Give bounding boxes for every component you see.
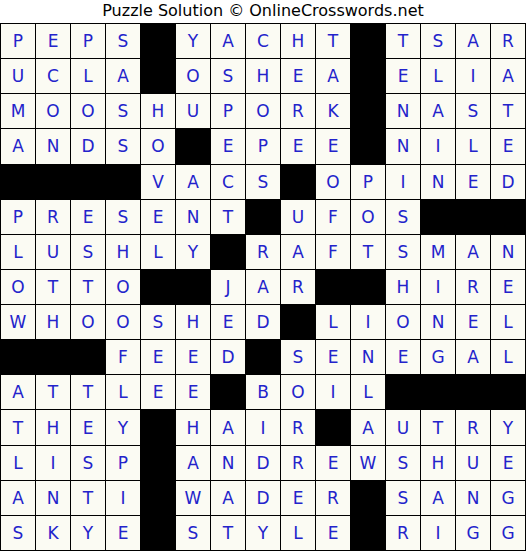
letter-cell: E — [106, 516, 141, 551]
letter-cell: R — [456, 410, 491, 445]
letter-cell: N — [491, 235, 526, 270]
letter-cell: O — [351, 200, 386, 235]
letter-cell: E — [36, 24, 71, 59]
black-cell — [456, 375, 491, 410]
letter-cell: A — [246, 270, 281, 305]
letter-cell: E — [71, 200, 106, 235]
black-cell — [456, 200, 491, 235]
black-cell — [351, 59, 386, 94]
letter-cell: Y — [71, 516, 106, 551]
black-cell — [36, 165, 71, 200]
letter-cell: R — [281, 410, 316, 445]
letter-cell: L — [316, 305, 351, 340]
letter-cell: L — [106, 375, 141, 410]
letter-cell: E — [176, 375, 211, 410]
letter-cell: R — [281, 446, 316, 481]
letter-cell: P — [1, 200, 36, 235]
letter-cell: S — [246, 165, 281, 200]
letter-cell: A — [1, 375, 36, 410]
letter-cell: S — [106, 24, 141, 59]
letter-cell: T — [36, 270, 71, 305]
letter-cell: T — [1, 410, 36, 445]
letter-cell: O — [71, 305, 106, 340]
letter-cell: N — [36, 129, 71, 164]
letter-cell: A — [106, 59, 141, 94]
letter-cell: Y — [491, 410, 526, 445]
letter-cell: E — [71, 410, 106, 445]
letter-cell: E — [491, 129, 526, 164]
letter-cell: A — [491, 59, 526, 94]
letter-cell: S — [106, 129, 141, 164]
letter-cell: V — [141, 165, 176, 200]
letter-cell: T — [491, 94, 526, 129]
letter-cell: S — [386, 200, 421, 235]
letter-cell: N — [176, 200, 211, 235]
letter-cell: O — [36, 94, 71, 129]
letter-cell: D — [246, 446, 281, 481]
letter-cell: O — [386, 305, 421, 340]
letter-cell: P — [71, 24, 106, 59]
letter-cell: A — [421, 94, 456, 129]
letter-cell: A — [176, 446, 211, 481]
letter-cell: I — [316, 375, 351, 410]
letter-cell: I — [421, 270, 456, 305]
letter-cell: E — [211, 305, 246, 340]
letter-cell: N — [421, 305, 456, 340]
letter-cell: T — [316, 24, 351, 59]
letter-cell: G — [456, 516, 491, 551]
letter-cell: D — [211, 340, 246, 375]
letter-cell: P — [211, 94, 246, 129]
letter-cell: S — [71, 235, 106, 270]
letter-cell: U — [456, 446, 491, 481]
letter-cell: E — [456, 165, 491, 200]
black-cell — [351, 129, 386, 164]
black-cell — [141, 481, 176, 516]
black-cell — [211, 235, 246, 270]
letter-cell: E — [491, 446, 526, 481]
black-cell — [316, 410, 351, 445]
black-cell — [351, 516, 386, 551]
letter-cell: R — [316, 481, 351, 516]
letter-cell: A — [1, 481, 36, 516]
letter-cell: G — [491, 516, 526, 551]
letter-cell: F — [316, 235, 351, 270]
letter-cell: I — [351, 305, 386, 340]
letter-cell: E — [316, 340, 351, 375]
letter-cell: T — [211, 200, 246, 235]
letter-cell: S — [386, 235, 421, 270]
letter-cell: T — [211, 516, 246, 551]
letter-cell: H — [106, 235, 141, 270]
letter-cell: U — [1, 59, 36, 94]
letter-cell: G — [421, 340, 456, 375]
letter-cell: S — [141, 305, 176, 340]
letter-cell: H — [281, 24, 316, 59]
letter-cell: U — [281, 200, 316, 235]
letter-cell: A — [176, 165, 211, 200]
black-cell — [281, 165, 316, 200]
letter-cell: S — [281, 340, 316, 375]
letter-cell: S — [106, 200, 141, 235]
letter-cell: A — [456, 340, 491, 375]
letter-cell: R — [36, 200, 71, 235]
letter-cell: E — [316, 129, 351, 164]
page-title: Puzzle Solution © OnlineCrosswords.net — [0, 0, 526, 23]
letter-cell: S — [211, 59, 246, 94]
letter-cell: F — [316, 200, 351, 235]
black-cell — [421, 200, 456, 235]
letter-cell: H — [141, 94, 176, 129]
letter-cell: D — [246, 481, 281, 516]
black-cell — [141, 446, 176, 481]
black-cell — [141, 24, 176, 59]
letter-cell: N — [456, 481, 491, 516]
black-cell — [176, 129, 211, 164]
letter-cell: P — [351, 165, 386, 200]
letter-cell: A — [456, 24, 491, 59]
letter-cell: D — [71, 129, 106, 164]
letter-cell: I — [456, 59, 491, 94]
letter-cell: T — [36, 375, 71, 410]
black-cell — [351, 94, 386, 129]
letter-cell: H — [176, 305, 211, 340]
letter-cell: Y — [176, 235, 211, 270]
black-cell — [491, 200, 526, 235]
black-cell — [351, 24, 386, 59]
letter-cell: N — [386, 129, 421, 164]
letter-cell: C — [36, 59, 71, 94]
letter-cell: E — [316, 516, 351, 551]
black-cell — [211, 375, 246, 410]
letter-cell: L — [1, 235, 36, 270]
letter-cell: K — [36, 516, 71, 551]
letter-cell: O — [106, 270, 141, 305]
black-cell — [351, 270, 386, 305]
letter-cell: O — [281, 375, 316, 410]
letter-cell: O — [141, 129, 176, 164]
letter-cell: E — [386, 59, 421, 94]
letter-cell: R — [491, 24, 526, 59]
letter-cell: E — [141, 340, 176, 375]
letter-cell: L — [456, 129, 491, 164]
letter-cell: O — [71, 94, 106, 129]
letter-cell: I — [36, 446, 71, 481]
letter-cell: F — [106, 340, 141, 375]
letter-cell: E — [281, 59, 316, 94]
letter-cell: A — [211, 24, 246, 59]
black-cell — [316, 270, 351, 305]
letter-cell: R — [281, 270, 316, 305]
black-cell — [71, 340, 106, 375]
black-cell — [106, 165, 141, 200]
crossword-grid: PEPSYACHTTSARUCLAOSHEAELIAMOOSHUPORKNAST… — [0, 23, 526, 551]
letter-cell: S — [106, 94, 141, 129]
letter-cell: D — [491, 165, 526, 200]
black-cell — [141, 516, 176, 551]
black-cell — [491, 375, 526, 410]
black-cell — [1, 340, 36, 375]
black-cell — [36, 340, 71, 375]
letter-cell: O — [106, 305, 141, 340]
letter-cell: E — [456, 305, 491, 340]
letter-cell: G — [491, 481, 526, 516]
letter-cell: M — [421, 235, 456, 270]
letter-cell: T — [71, 270, 106, 305]
letter-cell: H — [386, 270, 421, 305]
letter-cell: R — [386, 516, 421, 551]
letter-cell: E — [211, 129, 246, 164]
letter-cell: I — [246, 410, 281, 445]
letter-cell: A — [281, 235, 316, 270]
black-cell — [386, 375, 421, 410]
black-cell — [71, 165, 106, 200]
letter-cell: N — [351, 340, 386, 375]
letter-cell: M — [1, 94, 36, 129]
letter-cell: T — [71, 375, 106, 410]
black-cell — [141, 59, 176, 94]
black-cell — [141, 270, 176, 305]
letter-cell: P — [1, 24, 36, 59]
letter-cell: R — [246, 235, 281, 270]
letter-cell: P — [246, 129, 281, 164]
black-cell — [176, 270, 211, 305]
letter-cell: L — [1, 446, 36, 481]
letter-cell: A — [1, 129, 36, 164]
letter-cell: S — [386, 446, 421, 481]
letter-cell: E — [491, 270, 526, 305]
letter-cell: H — [421, 446, 456, 481]
letter-cell: O — [246, 94, 281, 129]
letter-cell: R — [456, 270, 491, 305]
black-cell — [246, 200, 281, 235]
letter-cell: I — [106, 481, 141, 516]
letter-cell: C — [211, 165, 246, 200]
letter-cell: T — [71, 481, 106, 516]
letter-cell: W — [1, 305, 36, 340]
letter-cell: E — [386, 340, 421, 375]
letter-cell: O — [316, 165, 351, 200]
letter-cell: Y — [246, 516, 281, 551]
letter-cell: N — [386, 94, 421, 129]
letter-cell: U — [386, 410, 421, 445]
letter-cell: P — [106, 446, 141, 481]
letter-cell: H — [36, 305, 71, 340]
letter-cell: A — [351, 410, 386, 445]
letter-cell: D — [246, 305, 281, 340]
letter-cell: H — [36, 410, 71, 445]
black-cell — [246, 340, 281, 375]
letter-cell: I — [386, 165, 421, 200]
black-cell — [351, 481, 386, 516]
letter-cell: E — [176, 340, 211, 375]
letter-cell: L — [141, 235, 176, 270]
letter-cell: A — [211, 481, 246, 516]
letter-cell: T — [351, 235, 386, 270]
letter-cell: E — [281, 481, 316, 516]
letter-cell: E — [316, 446, 351, 481]
letter-cell: S — [421, 24, 456, 59]
letter-cell: O — [1, 270, 36, 305]
black-cell — [141, 410, 176, 445]
letter-cell: I — [421, 516, 456, 551]
letter-cell: E — [141, 375, 176, 410]
letter-cell: N — [421, 165, 456, 200]
letter-cell: A — [421, 481, 456, 516]
letter-cell: L — [351, 375, 386, 410]
black-cell — [1, 165, 36, 200]
letter-cell: U — [36, 235, 71, 270]
letter-cell: H — [176, 410, 211, 445]
letter-cell: L — [421, 59, 456, 94]
letter-cell: E — [141, 200, 176, 235]
letter-cell: L — [281, 516, 316, 551]
letter-cell: J — [211, 270, 246, 305]
letter-cell: A — [316, 59, 351, 94]
letter-cell: R — [281, 94, 316, 129]
letter-cell: L — [71, 59, 106, 94]
letter-cell: L — [491, 305, 526, 340]
letter-cell: U — [176, 94, 211, 129]
letter-cell: A — [211, 410, 246, 445]
black-cell — [281, 305, 316, 340]
letter-cell: E — [281, 129, 316, 164]
letter-cell: Y — [106, 410, 141, 445]
letter-cell: S — [456, 94, 491, 129]
letter-cell: I — [421, 129, 456, 164]
letter-cell: W — [176, 481, 211, 516]
letter-cell: W — [351, 446, 386, 481]
letter-cell: Y — [176, 24, 211, 59]
letter-cell: H — [246, 59, 281, 94]
letter-cell: C — [246, 24, 281, 59]
letter-cell: T — [421, 410, 456, 445]
letter-cell: S — [386, 481, 421, 516]
letter-cell: N — [211, 446, 246, 481]
letter-cell: T — [386, 24, 421, 59]
black-cell — [421, 375, 456, 410]
letter-cell: L — [491, 340, 526, 375]
letter-cell: K — [316, 94, 351, 129]
letter-cell: N — [36, 481, 71, 516]
letter-cell: B — [246, 375, 281, 410]
letter-cell: A — [456, 235, 491, 270]
letter-cell: S — [1, 516, 36, 551]
letter-cell: S — [71, 446, 106, 481]
letter-cell: O — [176, 59, 211, 94]
letter-cell: S — [176, 516, 211, 551]
